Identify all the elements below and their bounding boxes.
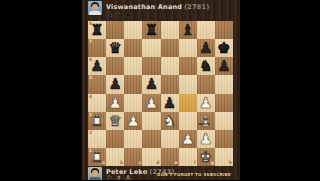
piece-black-pawn[interactable]: ♟: [90, 57, 103, 75]
square-f6[interactable]: [179, 57, 197, 75]
square-b1[interactable]: b: [106, 148, 124, 166]
piece-black-rook[interactable]: ♜: [90, 21, 103, 39]
square-g4[interactable]: ♟: [197, 94, 215, 112]
square-h8[interactable]: [215, 21, 233, 39]
piece-black-pawn[interactable]: ♟: [163, 93, 176, 111]
square-e1[interactable]: e: [161, 148, 179, 166]
player-top-captured-pieces: ♞♝♟: [106, 10, 133, 19]
piece-white-knight[interactable]: ♞: [163, 111, 176, 129]
player-top-avatar[interactable]: [88, 1, 102, 15]
piece-white-pawn[interactable]: ♟: [181, 129, 194, 147]
piece-black-queen[interactable]: ♛: [108, 39, 121, 57]
avatar-face: [92, 4, 98, 10]
file-label-f: f: [194, 161, 196, 166]
file-label-c: c: [139, 161, 142, 166]
file-label-e: e: [175, 161, 178, 166]
square-h3[interactable]: [215, 112, 233, 130]
piece-white-queen[interactable]: ♛: [108, 111, 121, 129]
rank-label-2: 2: [89, 131, 92, 136]
avatar-shirt: [89, 11, 101, 15]
square-g5[interactable]: [197, 75, 215, 93]
square-d7[interactable]: [142, 39, 160, 57]
square-e6[interactable]: [161, 57, 179, 75]
piece-black-knight[interactable]: ♞: [199, 57, 212, 75]
square-b4[interactable]: ♟: [106, 94, 124, 112]
file-label-h: h: [229, 161, 232, 166]
piece-white-pawn[interactable]: ♟: [108, 93, 121, 111]
square-c2[interactable]: [124, 130, 142, 148]
square-a7[interactable]: 7: [88, 39, 106, 57]
square-g2[interactable]: ♟: [197, 130, 215, 148]
square-h4[interactable]: [215, 94, 233, 112]
piece-black-pawn[interactable]: ♟: [199, 39, 212, 57]
square-e4[interactable]: ♟: [161, 94, 179, 112]
content-area: Viswanathan Anand(2781) ♞♝♟ 8♜♜♝7♛♟♚6♟♞♟…: [82, 0, 240, 180]
square-c8[interactable]: [124, 21, 142, 39]
square-b6[interactable]: [106, 57, 124, 75]
square-f7[interactable]: [179, 39, 197, 57]
piece-white-rook[interactable]: ♜: [90, 147, 103, 165]
file-label-b: b: [120, 161, 123, 166]
square-d3[interactable]: [142, 112, 160, 130]
piece-black-pawn[interactable]: ♟: [108, 75, 121, 93]
square-b2[interactable]: [106, 130, 124, 148]
chess-board: 8♜♜♝7♛♟♚6♟♞♟5♟♟4♟♟♟♟3♜♛♟♞♝2♟♟1a♜bcdefg♚h: [88, 21, 233, 166]
square-b7[interactable]: ♛: [106, 39, 124, 57]
square-c5[interactable]: [124, 75, 142, 93]
square-f2[interactable]: ♟: [179, 130, 197, 148]
rank-label-7: 7: [89, 40, 92, 45]
square-h1[interactable]: h: [215, 148, 233, 166]
piece-black-bishop[interactable]: ♝: [181, 21, 194, 39]
rank-label-5: 5: [89, 76, 92, 81]
square-b8[interactable]: [106, 21, 124, 39]
square-d6[interactable]: [142, 57, 160, 75]
square-f8[interactable]: ♝: [179, 21, 197, 39]
square-d8[interactable]: ♜: [142, 21, 160, 39]
piece-white-pawn[interactable]: ♟: [199, 93, 212, 111]
square-d4[interactable]: ♟: [142, 94, 160, 112]
square-c6[interactable]: [124, 57, 142, 75]
square-a3[interactable]: 3♜: [88, 112, 106, 130]
square-a6[interactable]: 6♟: [88, 57, 106, 75]
piece-white-pawn[interactable]: ♟: [145, 93, 158, 111]
square-c1[interactable]: c: [124, 148, 142, 166]
square-h6[interactable]: ♟: [215, 57, 233, 75]
tiny-watermark: [198, 123, 210, 125]
square-g7[interactable]: ♟: [197, 39, 215, 57]
square-a2[interactable]: 2: [88, 130, 106, 148]
square-c7[interactable]: [124, 39, 142, 57]
square-d5[interactable]: ♟: [142, 75, 160, 93]
square-f5[interactable]: [179, 75, 197, 93]
square-b3[interactable]: ♛: [106, 112, 124, 130]
avatar-face: [92, 170, 98, 176]
player-bottom-captured-pieces: ♘♗♙: [106, 174, 133, 181]
player-bottom-avatar[interactable]: [88, 167, 102, 180]
square-d2[interactable]: [142, 130, 160, 148]
square-e5[interactable]: [161, 75, 179, 93]
square-g3[interactable]: ♝: [197, 112, 215, 130]
square-f1[interactable]: f: [179, 148, 197, 166]
square-g6[interactable]: ♞: [197, 57, 215, 75]
square-b5[interactable]: ♟: [106, 75, 124, 93]
square-e7[interactable]: [161, 39, 179, 57]
square-e8[interactable]: [161, 21, 179, 39]
square-c3[interactable]: ♟: [124, 112, 142, 130]
file-label-d: d: [156, 161, 159, 166]
piece-white-pawn[interactable]: ♟: [127, 111, 140, 129]
piece-white-pawn[interactable]: ♟: [199, 129, 212, 147]
piece-white-king[interactable]: ♚: [199, 147, 212, 165]
player-top-rating: (2781): [184, 3, 209, 11]
square-a1[interactable]: 1a♜: [88, 148, 106, 166]
square-f4[interactable]: [179, 94, 197, 112]
square-h2[interactable]: [215, 130, 233, 148]
square-d1[interactable]: d: [142, 148, 160, 166]
avatar-shirt: [89, 177, 101, 180]
square-c4[interactable]: [124, 94, 142, 112]
piece-white-bishop[interactable]: ♝: [199, 111, 212, 129]
subscribe-text: DON'T FORGET TO SUBSCRIBE: [157, 172, 231, 177]
piece-black-pawn[interactable]: ♟: [217, 57, 230, 75]
square-e3[interactable]: ♞: [161, 112, 179, 130]
piece-black-rook[interactable]: ♜: [145, 21, 158, 39]
piece-black-pawn[interactable]: ♟: [145, 75, 158, 93]
piece-white-rook[interactable]: ♜: [90, 111, 103, 129]
square-a4[interactable]: 4: [88, 94, 106, 112]
square-a8[interactable]: 8♜: [88, 21, 106, 39]
rank-label-4: 4: [89, 95, 92, 100]
square-g8[interactable]: [197, 21, 215, 39]
square-h7[interactable]: ♚: [215, 39, 233, 57]
square-f3[interactable]: [179, 112, 197, 130]
piece-black-king[interactable]: ♚: [217, 39, 230, 57]
square-a5[interactable]: 5: [88, 75, 106, 93]
square-g1[interactable]: g♚: [197, 148, 215, 166]
square-e2[interactable]: [161, 130, 179, 148]
square-h5[interactable]: [215, 75, 233, 93]
